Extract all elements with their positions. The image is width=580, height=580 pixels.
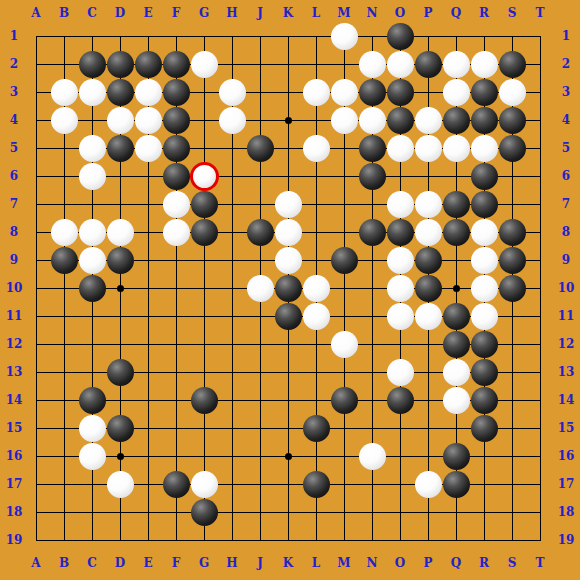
stone-white-R10[interactable] <box>471 275 498 302</box>
stone-white-Q5[interactable] <box>443 135 470 162</box>
col-label-top-Q: Q <box>446 6 466 20</box>
col-label-bottom-L: L <box>306 556 326 570</box>
row-label-left-12: 12 <box>4 337 24 351</box>
col-label-bottom-N: N <box>362 556 382 570</box>
col-label-top-R: R <box>474 6 494 20</box>
col-label-bottom-R: R <box>474 556 494 570</box>
stone-white-F8[interactable] <box>163 219 190 246</box>
stone-white-B3[interactable] <box>51 79 78 106</box>
col-label-top-L: L <box>306 6 326 20</box>
stone-black-F6[interactable] <box>163 163 190 190</box>
stone-white-L5[interactable] <box>303 135 330 162</box>
stone-white-R5[interactable] <box>471 135 498 162</box>
row-label-left-6: 6 <box>4 169 24 183</box>
row-label-left-16: 16 <box>4 449 24 463</box>
stone-white-S3[interactable] <box>499 79 526 106</box>
stone-black-P10[interactable] <box>415 275 442 302</box>
stone-black-B9[interactable] <box>51 247 78 274</box>
stone-white-O13[interactable] <box>387 359 414 386</box>
row-label-left-17: 17 <box>4 477 24 491</box>
stone-black-N3[interactable] <box>359 79 386 106</box>
stone-white-O9[interactable] <box>387 247 414 274</box>
stone-black-Q4[interactable] <box>443 107 470 134</box>
stone-white-C5[interactable] <box>79 135 106 162</box>
row-label-right-10: 10 <box>556 281 576 295</box>
row-label-right-5: 5 <box>556 141 576 155</box>
row-label-right-7: 7 <box>556 197 576 211</box>
row-label-left-8: 8 <box>4 225 24 239</box>
col-label-bottom-B: B <box>54 556 74 570</box>
stone-black-G8[interactable] <box>191 219 218 246</box>
stone-white-D8[interactable] <box>107 219 134 246</box>
col-label-bottom-H: H <box>222 556 242 570</box>
stone-black-N5[interactable] <box>359 135 386 162</box>
stone-black-Q12[interactable] <box>443 331 470 358</box>
stone-black-D15[interactable] <box>107 415 134 442</box>
col-label-bottom-D: D <box>110 556 130 570</box>
stone-black-M9[interactable] <box>331 247 358 274</box>
stone-white-O10[interactable] <box>387 275 414 302</box>
stone-white-G2[interactable] <box>191 51 218 78</box>
stone-white-R9[interactable] <box>471 247 498 274</box>
stone-white-O2[interactable] <box>387 51 414 78</box>
stone-black-F17[interactable] <box>163 471 190 498</box>
stone-white-G6[interactable] <box>190 162 219 191</box>
star-point-K4 <box>285 117 292 124</box>
row-label-right-8: 8 <box>556 225 576 239</box>
col-label-bottom-G: G <box>194 556 214 570</box>
row-label-left-9: 9 <box>4 253 24 267</box>
stone-black-N6[interactable] <box>359 163 386 190</box>
stone-white-M4[interactable] <box>331 107 358 134</box>
stone-black-D9[interactable] <box>107 247 134 274</box>
col-label-top-K: K <box>278 6 298 20</box>
stone-black-G18[interactable] <box>191 499 218 526</box>
row-label-right-3: 3 <box>556 85 576 99</box>
col-label-bottom-M: M <box>334 556 354 570</box>
row-label-left-1: 1 <box>4 29 24 43</box>
row-label-right-1: 1 <box>556 29 576 43</box>
stone-white-O11[interactable] <box>387 303 414 330</box>
col-label-bottom-P: P <box>418 556 438 570</box>
stone-white-G17[interactable] <box>191 471 218 498</box>
col-label-bottom-C: C <box>82 556 102 570</box>
stone-white-C16[interactable] <box>79 443 106 470</box>
row-label-left-15: 15 <box>4 421 24 435</box>
stone-black-D2[interactable] <box>107 51 134 78</box>
row-label-right-15: 15 <box>556 421 576 435</box>
stone-white-C3[interactable] <box>79 79 106 106</box>
row-label-left-13: 13 <box>4 365 24 379</box>
col-label-top-F: F <box>166 6 186 20</box>
stone-black-C14[interactable] <box>79 387 106 414</box>
stone-black-F3[interactable] <box>163 79 190 106</box>
stone-white-P17[interactable] <box>415 471 442 498</box>
stone-white-C6[interactable] <box>79 163 106 190</box>
stone-black-O1[interactable] <box>387 23 414 50</box>
stone-black-Q17[interactable] <box>443 471 470 498</box>
stone-white-B8[interactable] <box>51 219 78 246</box>
stone-white-O7[interactable] <box>387 191 414 218</box>
stone-white-P11[interactable] <box>415 303 442 330</box>
stone-black-O8[interactable] <box>387 219 414 246</box>
col-label-top-H: H <box>222 6 242 20</box>
row-label-right-4: 4 <box>556 113 576 127</box>
go-board[interactable]: ABCDEFGHJKLMNOPQRST ABCDEFGHJKLMNOPQRST … <box>0 0 580 580</box>
row-label-left-18: 18 <box>4 505 24 519</box>
stone-black-O3[interactable] <box>387 79 414 106</box>
stone-white-C15[interactable] <box>79 415 106 442</box>
stone-black-F2[interactable] <box>163 51 190 78</box>
col-label-bottom-S: S <box>502 556 522 570</box>
col-label-bottom-T: T <box>530 556 550 570</box>
stone-black-S10[interactable] <box>499 275 526 302</box>
stone-black-C2[interactable] <box>79 51 106 78</box>
stone-white-R8[interactable] <box>471 219 498 246</box>
col-label-top-C: C <box>82 6 102 20</box>
stone-black-Q7[interactable] <box>443 191 470 218</box>
stone-white-N2[interactable] <box>359 51 386 78</box>
col-label-bottom-Q: Q <box>446 556 466 570</box>
stone-white-E5[interactable] <box>135 135 162 162</box>
stone-black-R3[interactable] <box>471 79 498 106</box>
col-label-bottom-F: F <box>166 556 186 570</box>
stone-black-R7[interactable] <box>471 191 498 218</box>
stone-white-D4[interactable] <box>107 107 134 134</box>
stone-white-K7[interactable] <box>275 191 302 218</box>
row-label-left-19: 19 <box>4 533 24 547</box>
stone-black-S2[interactable] <box>499 51 526 78</box>
stone-white-K9[interactable] <box>275 247 302 274</box>
row-label-right-14: 14 <box>556 393 576 407</box>
row-label-left-3: 3 <box>4 85 24 99</box>
stone-white-M12[interactable] <box>331 331 358 358</box>
stone-white-Q13[interactable] <box>443 359 470 386</box>
stone-black-G7[interactable] <box>191 191 218 218</box>
stone-white-F7[interactable] <box>163 191 190 218</box>
row-label-left-11: 11 <box>4 309 24 323</box>
col-label-top-M: M <box>334 6 354 20</box>
star-point-Q10 <box>453 285 460 292</box>
stone-black-C10[interactable] <box>79 275 106 302</box>
stone-white-N4[interactable] <box>359 107 386 134</box>
col-label-bottom-O: O <box>390 556 410 570</box>
stone-black-J5[interactable] <box>247 135 274 162</box>
stone-black-G14[interactable] <box>191 387 218 414</box>
stone-white-R11[interactable] <box>471 303 498 330</box>
row-label-left-10: 10 <box>4 281 24 295</box>
grid-line-horizontal <box>36 540 541 541</box>
stone-white-M1[interactable] <box>331 23 358 50</box>
row-label-right-9: 9 <box>556 253 576 267</box>
row-label-right-2: 2 <box>556 57 576 71</box>
row-label-right-18: 18 <box>556 505 576 519</box>
row-label-right-11: 11 <box>556 309 576 323</box>
row-label-right-17: 17 <box>556 477 576 491</box>
col-label-top-E: E <box>138 6 158 20</box>
stone-black-F5[interactable] <box>163 135 190 162</box>
col-label-top-O: O <box>390 6 410 20</box>
stone-white-P4[interactable] <box>415 107 442 134</box>
stone-black-L15[interactable] <box>303 415 330 442</box>
stone-black-R4[interactable] <box>471 107 498 134</box>
star-point-D10 <box>117 285 124 292</box>
stone-white-C9[interactable] <box>79 247 106 274</box>
star-point-D16 <box>117 453 124 460</box>
row-label-right-12: 12 <box>556 337 576 351</box>
stone-white-J10[interactable] <box>247 275 274 302</box>
stone-black-O4[interactable] <box>387 107 414 134</box>
stone-white-O5[interactable] <box>387 135 414 162</box>
stone-black-R14[interactable] <box>471 387 498 414</box>
row-label-left-7: 7 <box>4 197 24 211</box>
stone-white-P5[interactable] <box>415 135 442 162</box>
stone-white-L10[interactable] <box>303 275 330 302</box>
row-label-right-19: 19 <box>556 533 576 547</box>
col-label-bottom-J: J <box>250 556 270 570</box>
col-label-top-D: D <box>110 6 130 20</box>
row-label-right-16: 16 <box>556 449 576 463</box>
col-label-top-J: J <box>250 6 270 20</box>
row-label-left-14: 14 <box>4 393 24 407</box>
stone-black-N8[interactable] <box>359 219 386 246</box>
stone-white-M3[interactable] <box>331 79 358 106</box>
row-label-left-5: 5 <box>4 141 24 155</box>
stone-white-K8[interactable] <box>275 219 302 246</box>
stone-black-S9[interactable] <box>499 247 526 274</box>
stone-black-S5[interactable] <box>499 135 526 162</box>
stone-white-L3[interactable] <box>303 79 330 106</box>
stone-black-R15[interactable] <box>471 415 498 442</box>
col-label-top-N: N <box>362 6 382 20</box>
grid-line-vertical <box>540 36 541 541</box>
stone-black-O14[interactable] <box>387 387 414 414</box>
stone-black-E2[interactable] <box>135 51 162 78</box>
stone-white-E3[interactable] <box>135 79 162 106</box>
stone-black-P2[interactable] <box>415 51 442 78</box>
stone-white-B4[interactable] <box>51 107 78 134</box>
stone-white-R2[interactable] <box>471 51 498 78</box>
stone-black-P9[interactable] <box>415 247 442 274</box>
stone-black-R6[interactable] <box>471 163 498 190</box>
row-label-right-13: 13 <box>556 365 576 379</box>
stone-black-J8[interactable] <box>247 219 274 246</box>
stone-white-P8[interactable] <box>415 219 442 246</box>
col-label-top-S: S <box>502 6 522 20</box>
stone-white-N16[interactable] <box>359 443 386 470</box>
col-label-bottom-K: K <box>278 556 298 570</box>
col-label-bottom-A: A <box>26 556 46 570</box>
stone-white-L11[interactable] <box>303 303 330 330</box>
star-point-K16 <box>285 453 292 460</box>
stone-black-K10[interactable] <box>275 275 302 302</box>
stone-white-Q14[interactable] <box>443 387 470 414</box>
stone-black-Q8[interactable] <box>443 219 470 246</box>
stone-white-P7[interactable] <box>415 191 442 218</box>
stone-black-M14[interactable] <box>331 387 358 414</box>
stone-white-H4[interactable] <box>219 107 246 134</box>
stone-white-H3[interactable] <box>219 79 246 106</box>
stone-white-E4[interactable] <box>135 107 162 134</box>
stone-black-D13[interactable] <box>107 359 134 386</box>
row-label-right-6: 6 <box>556 169 576 183</box>
col-label-top-A: A <box>26 6 46 20</box>
stone-black-Q16[interactable] <box>443 443 470 470</box>
stone-black-R13[interactable] <box>471 359 498 386</box>
stone-white-D17[interactable] <box>107 471 134 498</box>
stone-black-S4[interactable] <box>499 107 526 134</box>
stone-black-K11[interactable] <box>275 303 302 330</box>
stone-black-D3[interactable] <box>107 79 134 106</box>
row-label-left-2: 2 <box>4 57 24 71</box>
col-label-bottom-E: E <box>138 556 158 570</box>
col-label-top-T: T <box>530 6 550 20</box>
col-label-top-P: P <box>418 6 438 20</box>
stone-white-Q2[interactable] <box>443 51 470 78</box>
stone-black-S8[interactable] <box>499 219 526 246</box>
stone-white-Q3[interactable] <box>443 79 470 106</box>
col-label-top-G: G <box>194 6 214 20</box>
stone-black-R12[interactable] <box>471 331 498 358</box>
stone-black-D5[interactable] <box>107 135 134 162</box>
stone-black-Q11[interactable] <box>443 303 470 330</box>
grid-line-horizontal <box>36 512 541 513</box>
row-label-left-4: 4 <box>4 113 24 127</box>
stone-black-L17[interactable] <box>303 471 330 498</box>
col-label-top-B: B <box>54 6 74 20</box>
stone-white-C8[interactable] <box>79 219 106 246</box>
stone-black-F4[interactable] <box>163 107 190 134</box>
